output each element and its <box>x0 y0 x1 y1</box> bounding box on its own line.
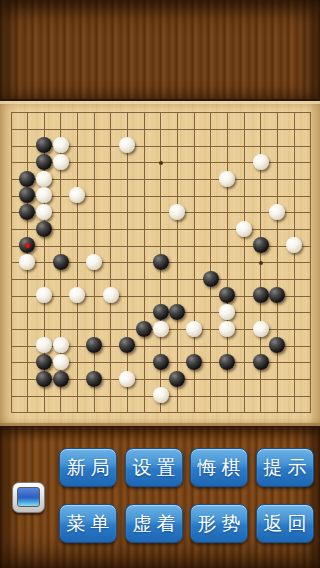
stone-white <box>153 387 169 403</box>
stone-black <box>253 287 269 303</box>
undo-button[interactable]: 悔棋 <box>190 448 248 487</box>
stone-white <box>153 321 169 337</box>
grid-line <box>11 279 312 280</box>
back-button[interactable]: 返回 <box>256 504 314 543</box>
settings-button[interactable]: 设置 <box>125 448 183 487</box>
stone-white <box>36 204 52 220</box>
stone-white <box>119 137 135 153</box>
star-point <box>259 261 263 265</box>
grid-line <box>210 112 211 413</box>
star-point <box>159 161 163 165</box>
menu-button[interactable]: 菜单 <box>59 504 117 543</box>
stone-white <box>269 204 285 220</box>
stone-black <box>219 287 235 303</box>
stone-black <box>36 354 52 370</box>
stone-black <box>153 354 169 370</box>
stone-black <box>169 304 185 320</box>
stone-white <box>53 137 69 153</box>
app-screen: 新局 设置 悔棋 提示 菜单 虚着 形势 返回 <box>0 0 320 568</box>
stone-black <box>19 204 35 220</box>
stone-white <box>219 321 235 337</box>
stone-white <box>186 321 202 337</box>
stone-white <box>36 187 52 203</box>
stone-white <box>119 371 135 387</box>
stone-black <box>169 371 185 387</box>
stone-black <box>19 237 35 253</box>
stone-white <box>286 237 302 253</box>
stone-black <box>19 187 35 203</box>
stone-black <box>86 371 102 387</box>
monitor-screen <box>17 487 40 507</box>
stone-white <box>36 287 52 303</box>
stone-white <box>69 187 85 203</box>
wood-background-top <box>0 0 320 101</box>
stone-white <box>219 171 235 187</box>
stone-white <box>53 354 69 370</box>
grid-line <box>294 112 295 413</box>
stone-black <box>119 337 135 353</box>
stone-black <box>269 287 285 303</box>
stone-black <box>86 337 102 353</box>
score-estimate-button[interactable]: 形势 <box>190 504 248 543</box>
stone-white <box>103 287 119 303</box>
stone-black <box>53 254 69 270</box>
hint-button[interactable]: 提示 <box>256 448 314 487</box>
stone-white <box>36 337 52 353</box>
stone-black <box>19 171 35 187</box>
control-panel: 新局 设置 悔棋 提示 菜单 虚着 形势 返回 <box>0 426 320 568</box>
stone-white <box>69 287 85 303</box>
grid-line <box>11 412 312 413</box>
stone-black <box>136 321 152 337</box>
monitor-icon[interactable] <box>12 482 45 513</box>
stone-black <box>36 154 52 170</box>
grid-line <box>244 112 245 413</box>
grid-line <box>177 112 178 413</box>
stone-white <box>219 304 235 320</box>
stone-black <box>203 271 219 287</box>
stone-white <box>253 321 269 337</box>
stone-white <box>236 221 252 237</box>
stone-white <box>253 154 269 170</box>
stone-black <box>36 137 52 153</box>
stone-black <box>36 371 52 387</box>
grid-line <box>277 112 278 413</box>
stone-white <box>19 254 35 270</box>
stone-black <box>219 354 235 370</box>
stone-white <box>53 154 69 170</box>
stone-black <box>253 354 269 370</box>
pass-button[interactable]: 虚着 <box>125 504 183 543</box>
last-move-marker <box>25 243 30 248</box>
stone-black <box>253 237 269 253</box>
go-board[interactable] <box>0 101 320 426</box>
grid-line <box>310 112 311 413</box>
stone-black <box>153 304 169 320</box>
stone-white <box>86 254 102 270</box>
stone-white <box>169 204 185 220</box>
stone-black <box>36 221 52 237</box>
stone-black <box>53 371 69 387</box>
stone-white <box>36 171 52 187</box>
stone-black <box>269 337 285 353</box>
stone-black <box>153 254 169 270</box>
stone-white <box>53 337 69 353</box>
new-game-button[interactable]: 新局 <box>59 448 117 487</box>
stone-black <box>186 354 202 370</box>
